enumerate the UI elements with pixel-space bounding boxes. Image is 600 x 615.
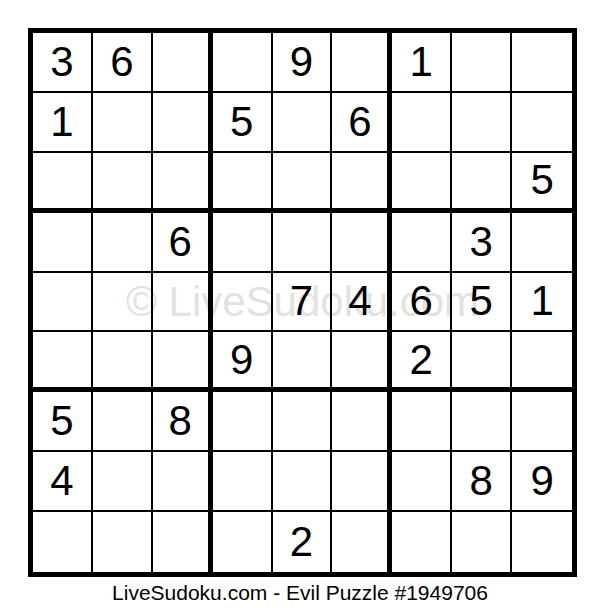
cell-r5c6-given: 4 bbox=[332, 273, 392, 333]
cell-r4c5-empty[interactable] bbox=[273, 213, 333, 273]
cell-r7c1-given: 5 bbox=[33, 392, 93, 452]
cell-r8c7-empty[interactable] bbox=[392, 452, 452, 512]
cell-r3c5-empty[interactable] bbox=[273, 153, 333, 213]
cell-r5c2-empty[interactable] bbox=[93, 273, 153, 333]
puzzle-caption: LiveSudoku.com - Evil Puzzle #1949706 bbox=[0, 581, 600, 605]
cell-r9c6-empty[interactable] bbox=[332, 512, 392, 572]
cell-r1c4-empty[interactable] bbox=[213, 33, 273, 93]
cell-r5c4-empty[interactable] bbox=[213, 273, 273, 333]
cell-r6c6-empty[interactable] bbox=[332, 332, 392, 392]
cell-r7c7-empty[interactable] bbox=[392, 392, 452, 452]
cell-r3c3-empty[interactable] bbox=[153, 153, 213, 213]
cell-r3c7-empty[interactable] bbox=[392, 153, 452, 213]
cell-r2c5-empty[interactable] bbox=[273, 93, 333, 153]
cell-r9c5-given: 2 bbox=[273, 512, 333, 572]
cell-r7c2-empty[interactable] bbox=[93, 392, 153, 452]
cell-r9c9-empty[interactable] bbox=[512, 512, 572, 572]
cell-r4c6-empty[interactable] bbox=[332, 213, 392, 273]
cell-r2c4-given: 5 bbox=[213, 93, 273, 153]
cell-r8c6-empty[interactable] bbox=[332, 452, 392, 512]
cell-r1c8-empty[interactable] bbox=[452, 33, 512, 93]
cell-r7c5-empty[interactable] bbox=[273, 392, 333, 452]
cell-r9c4-empty[interactable] bbox=[213, 512, 273, 572]
cell-r4c4-empty[interactable] bbox=[213, 213, 273, 273]
cell-r1c3-empty[interactable] bbox=[153, 33, 213, 93]
cell-r8c8-given: 8 bbox=[452, 452, 512, 512]
sudoku-page: © LiveSudoku.com 36911565637465192584892… bbox=[0, 0, 600, 615]
cell-r2c7-empty[interactable] bbox=[392, 93, 452, 153]
cell-r8c4-empty[interactable] bbox=[213, 452, 273, 512]
cell-r2c1-given: 1 bbox=[33, 93, 93, 153]
cell-r2c9-empty[interactable] bbox=[512, 93, 572, 153]
cell-r1c9-empty[interactable] bbox=[512, 33, 572, 93]
cell-r6c8-empty[interactable] bbox=[452, 332, 512, 392]
cell-r9c8-empty[interactable] bbox=[452, 512, 512, 572]
cell-r5c7-given: 6 bbox=[392, 273, 452, 333]
cell-r5c3-empty[interactable] bbox=[153, 273, 213, 333]
cell-r5c9-given: 1 bbox=[512, 273, 572, 333]
cell-r7c3-given: 8 bbox=[153, 392, 213, 452]
cell-r8c1-given: 4 bbox=[33, 452, 93, 512]
cell-r2c2-empty[interactable] bbox=[93, 93, 153, 153]
cell-r3c1-empty[interactable] bbox=[33, 153, 93, 213]
cell-r9c2-empty[interactable] bbox=[93, 512, 153, 572]
cell-r2c3-empty[interactable] bbox=[153, 93, 213, 153]
cell-r4c7-empty[interactable] bbox=[392, 213, 452, 273]
sudoku-board: © LiveSudoku.com 36911565637465192584892 bbox=[28, 28, 577, 577]
cell-r4c3-given: 6 bbox=[153, 213, 213, 273]
cell-r1c6-empty[interactable] bbox=[332, 33, 392, 93]
cell-r6c3-empty[interactable] bbox=[153, 332, 213, 392]
cell-r1c7-given: 1 bbox=[392, 33, 452, 93]
cell-r3c4-empty[interactable] bbox=[213, 153, 273, 213]
cell-r2c6-given: 6 bbox=[332, 93, 392, 153]
cell-r9c7-empty[interactable] bbox=[392, 512, 452, 572]
cell-r9c1-empty[interactable] bbox=[33, 512, 93, 572]
cell-r8c5-empty[interactable] bbox=[273, 452, 333, 512]
cell-r5c8-given: 5 bbox=[452, 273, 512, 333]
cell-r4c8-given: 3 bbox=[452, 213, 512, 273]
cell-r6c4-given: 9 bbox=[213, 332, 273, 392]
cell-r8c3-empty[interactable] bbox=[153, 452, 213, 512]
cell-r4c2-empty[interactable] bbox=[93, 213, 153, 273]
cell-r8c9-given: 9 bbox=[512, 452, 572, 512]
cell-r7c6-empty[interactable] bbox=[332, 392, 392, 452]
cell-r7c4-empty[interactable] bbox=[213, 392, 273, 452]
cell-r6c7-given: 2 bbox=[392, 332, 452, 392]
cell-r5c1-empty[interactable] bbox=[33, 273, 93, 333]
cell-r3c2-empty[interactable] bbox=[93, 153, 153, 213]
cell-r6c1-empty[interactable] bbox=[33, 332, 93, 392]
cell-r3c9-given: 5 bbox=[512, 153, 572, 213]
cell-r7c9-empty[interactable] bbox=[512, 392, 572, 452]
cell-r4c1-empty[interactable] bbox=[33, 213, 93, 273]
cell-r1c2-given: 6 bbox=[93, 33, 153, 93]
cell-r9c3-empty[interactable] bbox=[153, 512, 213, 572]
cell-r6c5-empty[interactable] bbox=[273, 332, 333, 392]
cell-r8c2-empty[interactable] bbox=[93, 452, 153, 512]
cell-r3c8-empty[interactable] bbox=[452, 153, 512, 213]
cell-r2c8-empty[interactable] bbox=[452, 93, 512, 153]
cell-r3c6-empty[interactable] bbox=[332, 153, 392, 213]
cell-r1c5-given: 9 bbox=[273, 33, 333, 93]
cell-r6c2-empty[interactable] bbox=[93, 332, 153, 392]
cell-r4c9-empty[interactable] bbox=[512, 213, 572, 273]
cell-r1c1-given: 3 bbox=[33, 33, 93, 93]
cell-r5c5-given: 7 bbox=[273, 273, 333, 333]
cell-r7c8-empty[interactable] bbox=[452, 392, 512, 452]
cell-r6c9-empty[interactable] bbox=[512, 332, 572, 392]
